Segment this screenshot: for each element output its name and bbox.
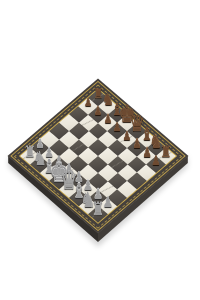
- product-photo-stage: ♜♞♟♝♟♚♟♛♟♝♟♞♟♟♜♟♟♜♟♟♞♟♝♟♚♟♛♟♝♟♞♜: [0, 0, 200, 300]
- chessboard: [7, 78, 188, 233]
- board-squares: [19, 88, 177, 224]
